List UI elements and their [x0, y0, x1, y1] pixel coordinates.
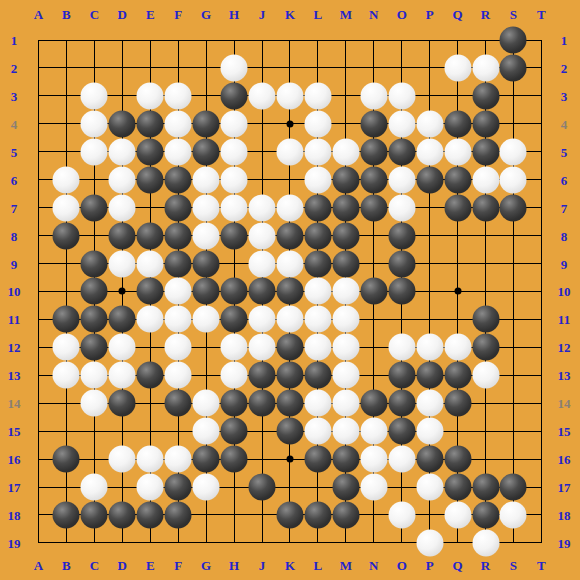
black-stone[interactable] [137, 362, 164, 389]
column-label-top: L [314, 8, 323, 21]
black-stone[interactable] [304, 250, 331, 277]
go-board[interactable]: AABBCCDDEEFFGGHHJJKKLLMMNNOOPPQQRRSSTT11… [0, 0, 580, 580]
black-stone[interactable] [81, 501, 108, 528]
white-stone[interactable] [276, 250, 303, 277]
row-label-right: 16 [558, 453, 571, 466]
white-stone[interactable] [416, 110, 443, 137]
black-stone[interactable] [332, 446, 359, 473]
white-stone[interactable] [137, 474, 164, 501]
column-label-bottom: P [426, 559, 434, 572]
white-stone[interactable] [276, 194, 303, 221]
white-stone[interactable] [109, 250, 136, 277]
white-stone[interactable] [388, 110, 415, 137]
black-stone[interactable] [249, 278, 276, 305]
white-stone[interactable] [137, 82, 164, 109]
black-stone[interactable] [472, 334, 499, 361]
black-stone[interactable] [109, 110, 136, 137]
white-stone[interactable] [388, 166, 415, 193]
white-stone[interactable] [332, 334, 359, 361]
black-stone[interactable] [249, 390, 276, 417]
white-stone[interactable] [444, 501, 471, 528]
white-stone[interactable] [221, 110, 248, 137]
white-stone[interactable] [221, 362, 248, 389]
column-label-bottom: S [510, 559, 517, 572]
black-stone[interactable] [500, 194, 527, 221]
black-stone[interactable] [332, 166, 359, 193]
black-stone[interactable] [221, 418, 248, 445]
black-stone[interactable] [109, 222, 136, 249]
white-stone[interactable] [416, 529, 443, 556]
white-stone[interactable] [360, 446, 387, 473]
white-stone[interactable] [81, 390, 108, 417]
column-label-top: K [285, 8, 295, 21]
column-label-bottom: J [259, 559, 266, 572]
column-label-top: S [510, 8, 517, 21]
white-stone[interactable] [276, 138, 303, 165]
white-stone[interactable] [165, 110, 192, 137]
black-stone[interactable] [137, 278, 164, 305]
black-stone[interactable] [137, 222, 164, 249]
black-stone[interactable] [165, 222, 192, 249]
black-stone[interactable] [332, 222, 359, 249]
black-stone[interactable] [472, 138, 499, 165]
column-label-bottom: A [34, 559, 43, 572]
white-stone[interactable] [193, 194, 220, 221]
white-stone[interactable] [332, 278, 359, 305]
white-stone[interactable] [332, 390, 359, 417]
black-stone[interactable] [165, 390, 192, 417]
white-stone[interactable] [388, 334, 415, 361]
column-label-top: O [397, 8, 407, 21]
white-stone[interactable] [81, 82, 108, 109]
white-stone[interactable] [360, 418, 387, 445]
black-stone[interactable] [276, 501, 303, 528]
white-stone[interactable] [472, 529, 499, 556]
column-label-bottom: O [397, 559, 407, 572]
row-label-right: 19 [558, 536, 571, 549]
white-stone[interactable] [249, 334, 276, 361]
row-label-left: 8 [11, 229, 18, 242]
black-stone[interactable] [304, 194, 331, 221]
row-label-right: 15 [558, 425, 571, 438]
column-label-bottom: H [229, 559, 239, 572]
black-stone[interactable] [444, 362, 471, 389]
black-stone[interactable] [388, 250, 415, 277]
white-stone[interactable] [81, 474, 108, 501]
row-label-right: 6 [561, 173, 568, 186]
black-stone[interactable] [500, 54, 527, 81]
row-label-left: 16 [8, 453, 21, 466]
white-stone[interactable] [304, 334, 331, 361]
white-stone[interactable] [249, 306, 276, 333]
row-label-left: 19 [8, 536, 21, 549]
white-stone[interactable] [249, 194, 276, 221]
row-label-left: 1 [11, 34, 18, 47]
white-stone[interactable] [137, 306, 164, 333]
black-stone[interactable] [360, 278, 387, 305]
white-stone[interactable] [500, 501, 527, 528]
column-label-bottom: K [285, 559, 295, 572]
row-label-right: 4 [561, 117, 568, 130]
column-label-top: H [229, 8, 239, 21]
row-label-right: 10 [558, 285, 571, 298]
white-stone[interactable] [304, 82, 331, 109]
white-stone[interactable] [304, 110, 331, 137]
black-stone[interactable] [276, 334, 303, 361]
black-stone[interactable] [416, 166, 443, 193]
white-stone[interactable] [388, 82, 415, 109]
white-stone[interactable] [109, 166, 136, 193]
white-stone[interactable] [193, 166, 220, 193]
column-label-bottom: E [146, 559, 155, 572]
column-label-top: C [90, 8, 99, 21]
row-label-left: 18 [8, 508, 21, 521]
white-stone[interactable] [109, 138, 136, 165]
white-stone[interactable] [81, 138, 108, 165]
black-stone[interactable] [332, 250, 359, 277]
column-label-bottom: Q [453, 559, 463, 572]
star-point [454, 288, 461, 295]
white-stone[interactable] [276, 82, 303, 109]
white-stone[interactable] [500, 138, 527, 165]
black-stone[interactable] [388, 390, 415, 417]
column-label-bottom: C [90, 559, 99, 572]
black-stone[interactable] [388, 278, 415, 305]
white-stone[interactable] [332, 362, 359, 389]
black-stone[interactable] [193, 278, 220, 305]
black-stone[interactable] [81, 250, 108, 277]
white-stone[interactable] [416, 334, 443, 361]
row-label-right: 14 [558, 397, 571, 410]
row-label-left: 13 [8, 369, 21, 382]
black-stone[interactable] [165, 474, 192, 501]
black-stone[interactable] [53, 222, 80, 249]
white-stone[interactable] [276, 306, 303, 333]
black-stone[interactable] [165, 250, 192, 277]
row-label-left: 3 [11, 89, 18, 102]
black-stone[interactable] [360, 138, 387, 165]
column-label-top: N [369, 8, 378, 21]
row-label-right: 8 [561, 229, 568, 242]
white-stone[interactable] [472, 54, 499, 81]
row-label-right: 5 [561, 145, 568, 158]
row-label-left: 7 [11, 201, 18, 214]
column-label-top: G [201, 8, 211, 21]
black-stone[interactable] [304, 501, 331, 528]
black-stone[interactable] [360, 166, 387, 193]
white-stone[interactable] [388, 194, 415, 221]
row-label-right: 9 [561, 257, 568, 270]
black-stone[interactable] [500, 474, 527, 501]
black-stone[interactable] [193, 446, 220, 473]
white-stone[interactable] [81, 110, 108, 137]
white-stone[interactable] [193, 222, 220, 249]
white-stone[interactable] [193, 474, 220, 501]
black-stone[interactable] [416, 362, 443, 389]
row-label-right: 18 [558, 508, 571, 521]
black-stone[interactable] [276, 418, 303, 445]
column-label-bottom: L [314, 559, 323, 572]
column-label-top: F [174, 8, 182, 21]
white-stone[interactable] [388, 446, 415, 473]
row-label-left: 15 [8, 425, 21, 438]
black-stone[interactable] [109, 390, 136, 417]
white-stone[interactable] [388, 501, 415, 528]
black-stone[interactable] [81, 278, 108, 305]
white-stone[interactable] [416, 390, 443, 417]
grid-line-vertical [541, 40, 542, 543]
column-label-top: A [34, 8, 43, 21]
black-stone[interactable] [500, 27, 527, 54]
column-label-top: T [537, 8, 546, 21]
row-label-right: 13 [558, 369, 571, 382]
black-stone[interactable] [81, 306, 108, 333]
white-stone[interactable] [221, 166, 248, 193]
black-stone[interactable] [444, 110, 471, 137]
white-stone[interactable] [221, 138, 248, 165]
black-stone[interactable] [53, 501, 80, 528]
black-stone[interactable] [276, 222, 303, 249]
white-stone[interactable] [109, 362, 136, 389]
white-stone[interactable] [444, 54, 471, 81]
white-stone[interactable] [193, 418, 220, 445]
white-stone[interactable] [332, 306, 359, 333]
white-stone[interactable] [53, 166, 80, 193]
black-stone[interactable] [388, 418, 415, 445]
black-stone[interactable] [472, 306, 499, 333]
black-stone[interactable] [81, 194, 108, 221]
black-stone[interactable] [276, 278, 303, 305]
white-stone[interactable] [193, 390, 220, 417]
white-stone[interactable] [221, 54, 248, 81]
column-label-top: R [481, 8, 490, 21]
black-stone[interactable] [360, 194, 387, 221]
white-stone[interactable] [304, 138, 331, 165]
white-stone[interactable] [137, 250, 164, 277]
black-stone[interactable] [388, 222, 415, 249]
black-stone[interactable] [444, 166, 471, 193]
column-label-bottom: G [201, 559, 211, 572]
black-stone[interactable] [472, 501, 499, 528]
column-label-top: E [146, 8, 155, 21]
white-stone[interactable] [416, 138, 443, 165]
grid-line-vertical [513, 40, 514, 543]
white-stone[interactable] [444, 138, 471, 165]
row-label-right: 1 [561, 34, 568, 47]
white-stone[interactable] [304, 166, 331, 193]
white-stone[interactable] [81, 362, 108, 389]
black-stone[interactable] [137, 110, 164, 137]
column-label-bottom: D [118, 559, 127, 572]
white-stone[interactable] [165, 278, 192, 305]
white-stone[interactable] [416, 474, 443, 501]
black-stone[interactable] [137, 138, 164, 165]
row-label-right: 2 [561, 61, 568, 74]
white-stone[interactable] [249, 250, 276, 277]
black-stone[interactable] [472, 110, 499, 137]
white-stone[interactable] [193, 306, 220, 333]
black-stone[interactable] [304, 446, 331, 473]
column-label-top: Q [453, 8, 463, 21]
black-stone[interactable] [416, 446, 443, 473]
black-stone[interactable] [137, 166, 164, 193]
white-stone[interactable] [500, 166, 527, 193]
white-stone[interactable] [304, 390, 331, 417]
white-stone[interactable] [221, 334, 248, 361]
black-stone[interactable] [193, 250, 220, 277]
black-stone[interactable] [388, 362, 415, 389]
row-label-left: 4 [11, 117, 18, 130]
white-stone[interactable] [472, 166, 499, 193]
star-point [286, 120, 293, 127]
black-stone[interactable] [444, 194, 471, 221]
black-stone[interactable] [221, 390, 248, 417]
black-stone[interactable] [137, 501, 164, 528]
white-stone[interactable] [332, 138, 359, 165]
column-label-top: D [118, 8, 127, 21]
row-label-right: 17 [558, 481, 571, 494]
black-stone[interactable] [472, 194, 499, 221]
white-stone[interactable] [165, 138, 192, 165]
white-stone[interactable] [332, 418, 359, 445]
white-stone[interactable] [53, 334, 80, 361]
black-stone[interactable] [221, 82, 248, 109]
white-stone[interactable] [53, 194, 80, 221]
row-label-right: 7 [561, 201, 568, 214]
column-label-bottom: T [537, 559, 546, 572]
row-label-left: 17 [8, 481, 21, 494]
column-label-top: M [340, 8, 352, 21]
white-stone[interactable] [304, 278, 331, 305]
black-stone[interactable] [165, 166, 192, 193]
black-stone[interactable] [444, 474, 471, 501]
column-label-top: B [62, 8, 71, 21]
white-stone[interactable] [109, 334, 136, 361]
black-stone[interactable] [109, 306, 136, 333]
white-stone[interactable] [109, 194, 136, 221]
black-stone[interactable] [388, 138, 415, 165]
black-stone[interactable] [360, 390, 387, 417]
white-stone[interactable] [249, 222, 276, 249]
black-stone[interactable] [249, 474, 276, 501]
column-label-bottom: F [174, 559, 182, 572]
row-label-left: 12 [8, 341, 21, 354]
black-stone[interactable] [193, 138, 220, 165]
black-stone[interactable] [221, 306, 248, 333]
white-stone[interactable] [304, 418, 331, 445]
white-stone[interactable] [165, 82, 192, 109]
white-stone[interactable] [221, 194, 248, 221]
black-stone[interactable] [221, 278, 248, 305]
white-stone[interactable] [360, 474, 387, 501]
row-label-left: 6 [11, 173, 18, 186]
star-point [286, 456, 293, 463]
column-label-top: J [259, 8, 266, 21]
grid-line-horizontal [39, 542, 542, 543]
row-label-left: 9 [11, 257, 18, 270]
white-stone[interactable] [109, 446, 136, 473]
row-label-right: 3 [561, 89, 568, 102]
black-stone[interactable] [221, 446, 248, 473]
black-stone[interactable] [109, 501, 136, 528]
black-stone[interactable] [304, 362, 331, 389]
row-label-left: 14 [8, 397, 21, 410]
white-stone[interactable] [249, 82, 276, 109]
black-stone[interactable] [360, 110, 387, 137]
row-label-left: 10 [8, 285, 21, 298]
black-stone[interactable] [193, 110, 220, 137]
white-stone[interactable] [472, 362, 499, 389]
white-stone[interactable] [444, 334, 471, 361]
black-stone[interactable] [332, 501, 359, 528]
black-stone[interactable] [221, 222, 248, 249]
white-stone[interactable] [137, 446, 164, 473]
white-stone[interactable] [53, 362, 80, 389]
row-label-left: 5 [11, 145, 18, 158]
white-stone[interactable] [165, 334, 192, 361]
row-label-left: 2 [11, 61, 18, 74]
black-stone[interactable] [53, 306, 80, 333]
column-label-bottom: N [369, 559, 378, 572]
row-label-right: 11 [558, 313, 570, 326]
black-stone[interactable] [332, 474, 359, 501]
black-stone[interactable] [304, 222, 331, 249]
black-stone[interactable] [332, 194, 359, 221]
black-stone[interactable] [276, 362, 303, 389]
white-stone[interactable] [165, 306, 192, 333]
black-stone[interactable] [165, 194, 192, 221]
black-stone[interactable] [165, 501, 192, 528]
black-stone[interactable] [53, 446, 80, 473]
column-label-top: P [426, 8, 434, 21]
black-stone[interactable] [276, 390, 303, 417]
white-stone[interactable] [304, 306, 331, 333]
black-stone[interactable] [444, 390, 471, 417]
column-label-bottom: R [481, 559, 490, 572]
row-label-left: 11 [8, 313, 20, 326]
column-label-bottom: B [62, 559, 71, 572]
black-stone[interactable] [81, 334, 108, 361]
black-stone[interactable] [472, 82, 499, 109]
white-stone[interactable] [165, 446, 192, 473]
star-point [119, 288, 126, 295]
black-stone[interactable] [249, 362, 276, 389]
column-label-bottom: M [340, 559, 352, 572]
black-stone[interactable] [472, 474, 499, 501]
white-stone[interactable] [165, 362, 192, 389]
black-stone[interactable] [444, 446, 471, 473]
row-label-right: 12 [558, 341, 571, 354]
white-stone[interactable] [416, 418, 443, 445]
white-stone[interactable] [360, 82, 387, 109]
